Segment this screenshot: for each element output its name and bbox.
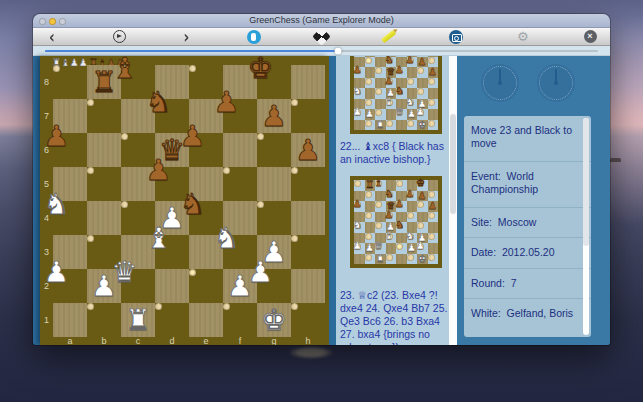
annotation-panel: ♜♝♚♞♟♟♟♛♟♟♟♞♟♞♝♞♟♟♟♛♟♟♜♚ 22... ♝xc8 { Bl…	[336, 56, 457, 345]
square-f5[interactable]	[407, 78, 414, 85]
toolbar: ‹ › ⚙ ×	[33, 28, 610, 46]
black-knight: ♞	[385, 189, 394, 200]
square-d3[interactable]: ♝	[155, 235, 162, 242]
black-bishop: ♝	[112, 52, 138, 85]
database-button[interactable]	[245, 29, 263, 45]
white-pawn: ♟	[353, 241, 362, 252]
annotation-scrollbar-thumb[interactable]	[450, 114, 456, 214]
square-f7[interactable]: ♟	[407, 57, 414, 64]
greenchess-window: GreenChess (Game Explorer Mode) ‹ › ⚙ × …	[33, 14, 610, 345]
square-d3[interactable]: ♝	[386, 233, 393, 240]
square-f3[interactable]: ♞	[407, 233, 414, 240]
close-icon: ×	[584, 30, 597, 43]
white-knight: ♞	[406, 97, 415, 108]
square-g1[interactable]: ♚	[257, 303, 291, 337]
black-pawn: ♟	[406, 189, 415, 200]
coord-label-h: h	[291, 337, 325, 345]
square-a8[interactable]	[354, 180, 361, 187]
square-h3[interactable]	[428, 99, 435, 106]
white-bishop: ♝	[385, 97, 394, 108]
square-a4[interactable]: ♞	[354, 222, 361, 229]
camera-icon	[449, 30, 463, 44]
square-g4[interactable]	[257, 201, 264, 208]
square-b7[interactable]	[365, 57, 372, 64]
square-h3[interactable]	[428, 233, 435, 240]
square-e2[interactable]	[189, 269, 196, 276]
mini-board-1-clip: ♜♝♚♞♟♟♟♛♟♟♟♞♟♞♝♞♟♟♟♛♟♟♜♚	[350, 56, 442, 134]
square-a4[interactable]: ♞	[354, 88, 361, 95]
square-a2[interactable]: ♟	[354, 109, 361, 116]
close-window-button[interactable]	[39, 18, 46, 25]
checkerboard-icon	[312, 27, 330, 45]
board-area: ♜♝♟♟ ♜♝♟♟ 87654321 ♜♝♚♞♟♟♟♛♟♟♟♞♟♞♝♞♟♟♟♛♟…	[33, 56, 329, 345]
forward-icon: ›	[184, 28, 190, 46]
white-queen: ♛	[395, 107, 404, 118]
square-c1[interactable]: ♜	[121, 303, 155, 337]
square-g7[interactable]: ♟	[417, 191, 428, 202]
square-c4[interactable]	[375, 222, 382, 229]
play-icon	[113, 30, 126, 43]
square-d7[interactable]: ♞	[155, 99, 162, 106]
square-b7[interactable]	[87, 99, 94, 106]
white-bishop: ♝	[385, 231, 394, 242]
date-row: Date: 2012.05.20	[464, 237, 591, 268]
white-king: ♚	[418, 254, 427, 265]
square-b3[interactable]	[365, 233, 372, 240]
square-e6[interactable]: ♟	[396, 67, 403, 74]
square-c1[interactable]: ♜	[375, 120, 386, 131]
black-pawn: ♟	[146, 154, 172, 187]
square-h8[interactable]	[291, 65, 325, 99]
coord-label-a: a	[53, 337, 87, 345]
square-g5[interactable]	[257, 167, 291, 201]
square-e1[interactable]	[396, 254, 407, 265]
square-a8[interactable]	[53, 65, 60, 72]
square-g6[interactable]	[417, 201, 424, 208]
main-chessboard[interactable]: ♜♝♚♞♟♟♟♛♟♟♟♞♟♞♝♞♟♟♟♛♟♟♜♚	[53, 65, 325, 337]
square-c4[interactable]	[121, 201, 128, 208]
square-e6[interactable]: ♟	[396, 201, 403, 208]
captured-pieces-tray: ♜♝♟♟ ♜♝♟♟	[40, 56, 329, 65]
event-row: Event: World Championship	[464, 161, 591, 207]
close-mode-button[interactable]: ×	[581, 29, 599, 45]
black-pawn: ♟	[385, 210, 394, 221]
square-d1[interactable]	[155, 303, 162, 310]
square-b6[interactable]	[87, 133, 121, 167]
square-c2[interactable]	[375, 109, 382, 116]
square-c8[interactable]: ♝	[121, 65, 128, 72]
square-f5[interactable]	[407, 212, 414, 219]
site-row: Site: Moscow	[464, 207, 591, 237]
square-d5[interactable]: ♟	[386, 78, 393, 85]
sea-rock	[288, 346, 334, 359]
square-f6[interactable]	[407, 67, 418, 78]
square-b5[interactable]	[365, 212, 372, 219]
black-knight: ♞	[395, 86, 404, 97]
database-icon	[247, 30, 261, 44]
white-player-row: White: Gelfand, Boris	[464, 298, 591, 337]
square-e1[interactable]	[189, 303, 223, 337]
info-scrollbar-thumb[interactable]	[583, 118, 589, 246]
square-h4[interactable]	[428, 88, 439, 99]
square-h3[interactable]	[291, 235, 298, 242]
square-f6[interactable]	[223, 133, 257, 167]
square-g4[interactable]	[417, 222, 424, 229]
white-pawn: ♟	[416, 241, 425, 252]
square-c6[interactable]	[375, 201, 382, 208]
square-b3[interactable]	[87, 235, 94, 242]
white-king: ♚	[261, 304, 287, 337]
annotation-scrollbar[interactable]	[449, 56, 457, 345]
white-pawn: ♟	[248, 256, 274, 289]
square-a2[interactable]: ♟	[354, 243, 361, 250]
square-b4[interactable]	[87, 201, 121, 235]
minimize-window-button[interactable]	[49, 18, 56, 25]
square-e1[interactable]	[396, 120, 407, 131]
white-clock-pin	[498, 81, 502, 85]
play-button[interactable]	[110, 29, 128, 45]
square-f1[interactable]	[407, 254, 414, 261]
square-d2[interactable]	[386, 243, 397, 254]
square-h6[interactable]: ♟	[428, 201, 439, 212]
white-bishop: ♝	[146, 222, 172, 255]
square-a1[interactable]	[354, 254, 365, 265]
move-status: Move 23 and Black to move	[464, 116, 591, 161]
pencil-icon	[381, 30, 396, 43]
square-h6[interactable]: ♟	[291, 133, 325, 167]
square-b4[interactable]	[365, 88, 376, 99]
square-h6[interactable]: ♟	[428, 67, 439, 78]
zoom-window-button[interactable]	[59, 18, 66, 25]
square-a1[interactable]	[53, 303, 87, 337]
file-labels: abcdefgh	[53, 337, 329, 345]
square-g8[interactable]: ♚	[417, 180, 424, 187]
square-d5[interactable]: ♟	[386, 212, 393, 219]
black-king: ♚	[416, 178, 425, 189]
square-e8[interactable]	[396, 180, 403, 187]
square-g2[interactable]: ♟	[417, 109, 424, 116]
mini-board-2[interactable]: ♜♝♚♞♟♟♟♛♟♟♟♞♟♞♝♞♟♟♟♛♟♟♜♚	[350, 176, 442, 268]
black-clock-pin	[554, 81, 558, 85]
black-bishop: ♝	[374, 178, 383, 189]
black-pawn: ♟	[406, 56, 415, 65]
coord-label-b: b	[87, 337, 121, 345]
black-king: ♚	[248, 52, 274, 85]
square-c1[interactable]: ♜	[375, 254, 386, 265]
white-knight: ♞	[406, 231, 415, 242]
white-pawn: ♟	[44, 256, 70, 289]
white-rook: ♜	[376, 254, 385, 265]
black-knight: ♞	[395, 220, 404, 231]
black-knight: ♞	[180, 188, 206, 221]
chess-clocks	[481, 64, 610, 102]
square-h2[interactable]	[291, 269, 325, 303]
coord-label-8: 8	[40, 65, 53, 99]
black-knight: ♞	[385, 56, 394, 65]
black-pawn: ♟	[44, 120, 70, 153]
square-a4[interactable]: ♞	[53, 201, 60, 208]
square-d7[interactable]: ♞	[386, 57, 393, 64]
snapshot-button[interactable]	[447, 29, 465, 45]
square-g1[interactable]: ♚	[417, 254, 428, 265]
square-e6[interactable]: ♟	[189, 133, 196, 140]
square-a2[interactable]: ♟	[53, 269, 60, 276]
square-e4[interactable]: ♞	[396, 222, 403, 229]
black-pawn: ♟	[385, 76, 394, 87]
square-e4[interactable]: ♞	[189, 201, 196, 208]
square-g5[interactable]	[417, 78, 428, 89]
square-f3[interactable]: ♞	[407, 99, 414, 106]
square-a6[interactable]: ♟	[53, 133, 60, 140]
sea-boat	[610, 158, 621, 162]
round-row: Round: 7	[464, 268, 591, 298]
white-queen: ♛	[374, 241, 383, 252]
square-b4[interactable]	[365, 222, 376, 233]
square-f3[interactable]: ♞	[223, 235, 230, 242]
white-knight: ♞	[353, 220, 362, 231]
square-h2[interactable]	[428, 243, 439, 254]
square-h7[interactable]	[428, 57, 435, 64]
square-b1[interactable]	[87, 303, 94, 310]
black-pawn: ♟	[261, 100, 287, 133]
settings-button[interactable]: ⚙	[514, 29, 532, 45]
white-pawn: ♟	[416, 107, 425, 118]
coord-label-g: g	[257, 337, 291, 345]
square-h7[interactable]	[428, 191, 435, 198]
square-e8[interactable]	[189, 65, 196, 72]
square-c8[interactable]: ♝	[375, 180, 382, 187]
square-f1[interactable]	[407, 120, 414, 127]
annotation-text-2[interactable]: 23. ♕c2 (23. Bxe4 ?! dxe4 24. Qxe4 Bb7 2…	[340, 289, 455, 345]
gear-icon: ⚙	[517, 30, 529, 43]
square-d1[interactable]	[386, 120, 393, 127]
square-a1[interactable]	[354, 120, 365, 131]
annotation-text-1[interactable]: 22... ♝xc8 { Black has an inactive bisho…	[340, 140, 455, 166]
black-pawn: ♟	[395, 199, 404, 210]
square-g7[interactable]: ♟	[417, 57, 428, 68]
square-g2[interactable]: ♟	[417, 243, 424, 250]
board-mode-button[interactable]	[312, 29, 330, 45]
square-f7[interactable]: ♟	[407, 191, 414, 198]
white-queen: ♛	[112, 256, 138, 289]
square-c4[interactable]	[375, 88, 382, 95]
white-knight: ♞	[353, 86, 362, 97]
square-c2[interactable]: ♛	[375, 243, 382, 250]
white-pawn: ♟	[407, 243, 416, 254]
back-button[interactable]: ‹	[43, 29, 61, 45]
coord-label-d: d	[155, 337, 189, 345]
game-info-list: Move 23 and Black to move Event: World C…	[464, 116, 591, 337]
square-b2[interactable]: ♟	[365, 109, 376, 120]
square-b1[interactable]	[365, 120, 372, 127]
slider-knob[interactable]	[335, 47, 342, 54]
square-d1[interactable]	[386, 254, 393, 261]
square-f1[interactable]	[223, 303, 230, 310]
black-pawn: ♟	[214, 86, 240, 119]
traffic-lights	[39, 18, 66, 25]
white-king: ♚	[418, 120, 427, 131]
black-knight: ♞	[146, 86, 172, 119]
square-h1[interactable]	[428, 254, 435, 261]
black-pawn: ♟	[428, 67, 437, 78]
square-h2[interactable]	[428, 109, 439, 120]
black-pawn: ♟	[418, 57, 427, 68]
square-d3[interactable]: ♝	[386, 99, 393, 106]
square-f5[interactable]	[223, 167, 230, 174]
coord-label-1: 1	[40, 303, 53, 337]
square-g2[interactable]: ♟	[257, 269, 264, 276]
coord-label-c: c	[121, 337, 155, 345]
square-c6[interactable]	[375, 67, 382, 74]
info-scrollbar[interactable]	[583, 118, 589, 335]
square-b6[interactable]	[365, 67, 376, 78]
black-pawn: ♟	[353, 199, 362, 210]
square-f7[interactable]: ♟	[223, 99, 230, 106]
white-rook: ♜	[376, 120, 385, 131]
black-pawn: ♟	[353, 65, 362, 76]
square-h4[interactable]	[291, 201, 325, 235]
square-d7[interactable]: ♞	[386, 191, 393, 198]
black-pawn: ♟	[428, 201, 437, 212]
black-pawn: ♟	[295, 134, 321, 167]
square-a6[interactable]: ♟	[354, 67, 361, 74]
black-pawn: ♟	[395, 65, 404, 76]
square-b3[interactable]	[365, 99, 372, 106]
main-content: ♜♝♟♟ ♜♝♟♟ 87654321 ♜♝♚♞♟♟♟♛♟♟♟♞♟♞♝♞♟♟♟♛♟…	[33, 56, 610, 345]
coord-label-e: e	[189, 337, 223, 345]
square-b6[interactable]	[365, 201, 376, 212]
square-a6[interactable]: ♟	[354, 201, 361, 208]
black-clock	[537, 64, 575, 102]
white-clock	[481, 64, 519, 102]
white-pawn: ♟	[365, 243, 374, 254]
white-rook: ♜	[125, 304, 151, 337]
square-c2[interactable]: ♛	[121, 269, 128, 276]
square-h1[interactable]	[291, 303, 298, 310]
forward-button[interactable]: ›	[178, 29, 196, 45]
white-pawn: ♟	[365, 109, 374, 120]
square-e2[interactable]	[396, 243, 403, 250]
square-g7[interactable]: ♟	[257, 99, 291, 133]
square-h5[interactable]	[291, 167, 298, 174]
square-d5[interactable]: ♟	[155, 167, 162, 174]
square-h4[interactable]	[428, 222, 439, 233]
square-c6[interactable]	[121, 133, 128, 140]
square-f6[interactable]	[407, 201, 418, 212]
mini-board-1[interactable]: ♜♝♚♞♟♟♟♛♟♟♟♞♟♞♝♞♟♟♟♛♟♟♜♚	[350, 56, 442, 134]
titlebar[interactable]: GreenChess (Game Explorer Mode)	[33, 14, 610, 28]
square-b5[interactable]	[87, 167, 94, 174]
square-b7[interactable]	[365, 191, 372, 198]
black-pawn: ♟	[418, 191, 427, 202]
square-h7[interactable]	[291, 99, 298, 106]
square-g6[interactable]	[257, 133, 264, 140]
white-pawn: ♟	[407, 109, 416, 120]
square-g1[interactable]: ♚	[417, 120, 428, 131]
white-knight: ♞	[44, 188, 70, 221]
back-icon: ‹	[49, 28, 55, 46]
square-g8[interactable]: ♚	[257, 65, 264, 72]
square-g4[interactable]	[417, 88, 424, 95]
square-b1[interactable]	[365, 254, 372, 261]
game-info-panel: Move 23 and Black to move Event: World C…	[457, 56, 610, 345]
black-rook: ♜	[365, 180, 374, 191]
square-h5[interactable]	[428, 212, 435, 219]
annotate-button[interactable]	[379, 29, 397, 45]
panel-divider	[329, 56, 336, 345]
square-h1[interactable]	[428, 120, 435, 127]
window-title: GreenChess (Game Explorer Mode)	[249, 14, 394, 27]
black-pawn: ♟	[180, 120, 206, 153]
board-frame: ♜♝♟♟ ♜♝♟♟ 87654321 ♜♝♚♞♟♟♟♛♟♟♟♞♟♞♝♞♟♟♟♛♟…	[40, 56, 329, 345]
square-b5[interactable]	[365, 78, 372, 85]
square-d2[interactable]	[155, 269, 189, 303]
coord-label-f: f	[223, 337, 257, 345]
white-pawn: ♟	[353, 107, 362, 118]
square-e4[interactable]: ♞	[396, 88, 403, 95]
square-g6[interactable]	[417, 67, 424, 74]
square-h8[interactable]	[428, 180, 439, 191]
square-e2[interactable]: ♛	[396, 109, 403, 116]
square-g5[interactable]	[417, 212, 428, 223]
square-h5[interactable]	[428, 78, 435, 85]
white-knight: ♞	[214, 222, 240, 255]
